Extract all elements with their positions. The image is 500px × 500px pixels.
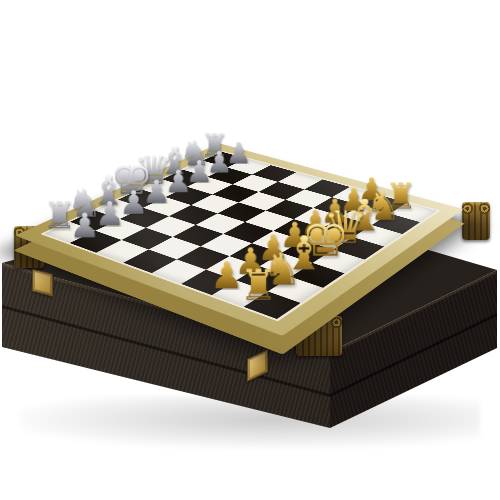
- chessboard: ♜♞♝♛♚♝♞♜♟♟♟♟♟♟♟♟♟♟♟♟♟♟♟♟♜♞♝♛♚♝♞♜: [15, 143, 464, 336]
- piece-silver-pawn: ♟: [67, 204, 103, 240]
- piece-gold-rook: ♜: [238, 263, 278, 303]
- board-3d-scene: ♜♞♝♛♚♝♞♜♟♟♟♟♟♟♟♟♟♟♟♟♟♟♟♟♜♞♝♛♚♝♞♜: [0, 0, 500, 500]
- product-photo-scene: ♜♞♝♛♚♝♞♜♟♟♟♟♟♟♟♟♟♟♟♟♟♟♟♟♜♞♝♛♚♝♞♜: [0, 0, 500, 500]
